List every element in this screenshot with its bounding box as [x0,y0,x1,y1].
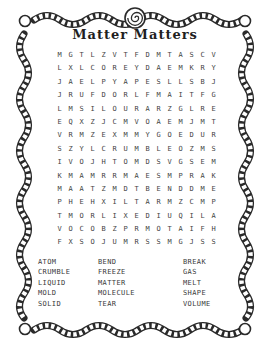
grid-cell: V [65,156,76,169]
grid-cell: V [109,49,120,62]
grid-cell: A [197,170,208,183]
grid-cell: O [153,223,164,236]
grid-cell: Z [98,183,109,196]
grid-cell: M [120,170,131,183]
grid-cell: E [76,196,87,209]
grid-cell: F [131,49,142,62]
grid-cell: D [142,49,153,62]
grid-cell: H [208,223,219,236]
grid-cell: X [98,196,109,209]
grid-cell: V [131,116,142,129]
grid-cell: E [164,62,175,75]
grid-cell: I [153,210,164,223]
word-list-item: MOLECULE [98,288,135,298]
grid-cell: T [164,49,175,62]
grid-cell: M [120,129,131,142]
word-list-item: SHAPE [183,288,211,298]
grid-cell: J [54,89,65,102]
grid-cell: I [54,156,65,169]
grid-cell: U [109,236,120,249]
grid-cell: L [186,103,197,116]
grid-cell: Z [164,103,175,116]
grid-cell: Q [65,116,76,129]
worksheet-page: Matter Matters MGTLZVTFDMTASCVLXLCOREYDA… [0,0,270,350]
grid-cell: D [142,156,153,169]
grid-cell: U [164,210,175,223]
grid-cell: Z [109,223,120,236]
grid-cell: M [120,236,131,249]
grid-cell: G [175,156,186,169]
grid-cell: E [76,76,87,89]
grid-cell: S [186,49,197,62]
grid-cell: S [186,76,197,89]
grid-cell: T [131,183,142,196]
grid-cell: E [142,76,153,89]
grid-cell: F [87,89,98,102]
grid-cell: T [131,196,142,209]
grid-cell: O [109,103,120,116]
grid-cell: O [65,223,76,236]
grid-cell: V [164,156,175,169]
grid-cell: C [98,143,109,156]
grid-cell: S [76,236,87,249]
grid-cell: E [98,129,109,142]
grid-cell: Y [142,129,153,142]
grid-cell: S [153,236,164,249]
word-list-item: MELT [183,278,211,288]
grid-cell: E [175,129,186,142]
grid-cell: R [65,129,76,142]
grid-cell: T [186,89,197,102]
grid-cell: V [54,223,65,236]
grid-cell: M [164,196,175,209]
grid-cell: Z [175,196,186,209]
grid-cell: Y [131,62,142,75]
grid-cell: A [131,170,142,183]
grid-cell: H [98,156,109,169]
grid-cell: V [54,129,65,142]
word-list-item: FREEZE [98,267,135,277]
spiral-icon [125,8,145,28]
grid-cell: T [87,183,98,196]
grid-cell: Z [87,116,98,129]
grid-cell: J [186,116,197,129]
grid-cell: S [142,236,153,249]
word-list-item: MOLD [38,288,70,298]
grid-cell: E [208,183,219,196]
grid-cell: L [98,103,109,116]
grid-cell: S [208,143,219,156]
word-list-item: SOLID [38,299,70,309]
grid-cell: A [65,76,76,89]
grid-cell: A [175,223,186,236]
grid-cell: G [175,103,186,116]
grid-cell: M [131,156,142,169]
grid-cell: D [98,89,109,102]
grid-cell: A [76,183,87,196]
grid-cell: M [142,223,153,236]
word-list-column-1: ATOMCRUMBLELIQUIDMOLDSOLID [38,257,70,309]
grid-cell: S [54,143,65,156]
grid-cell: L [175,76,186,89]
grid-cell: C [186,196,197,209]
grid-cell: X [65,236,76,249]
grid-cell: G [208,89,219,102]
grid-cell: B [98,223,109,236]
grid-cell: R [131,236,142,249]
grid-cell: I [186,210,197,223]
grid-cell: F [197,223,208,236]
grid-cell: K [54,170,65,183]
grid-cell: T [120,49,131,62]
grid-cell: L [197,210,208,223]
grid-cell: R [109,62,120,75]
grid-cell: O [142,116,153,129]
grid-cell: H [87,196,98,209]
grid-cell: R [153,196,164,209]
grid-cell: S [208,236,219,249]
grid-cell: M [131,129,142,142]
grid-cell: B [142,143,153,156]
grid-cell: P [98,76,109,89]
grid-cell: M [87,170,98,183]
grid-cell: G [175,236,186,249]
word-list: ATOMCRUMBLELIQUIDMOLDSOLID BENDFREEZEMAT… [0,257,270,313]
grid-cell: B [142,183,153,196]
grid-cell: D [186,183,197,196]
grid-cell: A [153,62,164,75]
grid-cell: C [87,62,98,75]
grid-cell: C [109,116,120,129]
grid-cell: J [98,236,109,249]
grid-cell: O [87,223,98,236]
grid-cell: E [131,210,142,223]
grid-cell: K [208,170,219,183]
grid-cell: O [109,89,120,102]
grid-cell: O [120,156,131,169]
grid-cell: U [197,129,208,142]
grid-cell: G [65,49,76,62]
grid-cell: C [197,49,208,62]
grid-cell: D [142,210,153,223]
grid-cell: R [197,103,208,116]
grid-cell: P [131,76,142,89]
grid-cell: L [54,62,65,75]
grid-cell: E [142,170,153,183]
grid-cell: L [87,76,98,89]
grid-cell: D [120,183,131,196]
grid-cell: Z [186,143,197,156]
grid-cell: D [175,183,186,196]
grid-cell: E [153,183,164,196]
word-list-item: ATOM [38,257,70,267]
grid-cell: R [109,143,120,156]
grid-cell: J [87,156,98,169]
grid-cell: U [120,143,131,156]
word-list-item: TEAR [98,299,135,309]
grid-cell: D [142,62,153,75]
grid-cell: T [164,223,175,236]
grid-cell: S [197,236,208,249]
grid-cell: V [208,49,219,62]
grid-cell: A [142,103,153,116]
grid-cell: A [142,196,153,209]
grid-cell: M [175,116,186,129]
grid-cell: M [164,170,175,183]
grid-cell: M [54,183,65,196]
grid-cell: U [76,89,87,102]
grid-cell: Y [76,143,87,156]
grid-cell: R [208,129,219,142]
grid-cell: A [175,49,186,62]
grid-cell: C [76,223,87,236]
grid-cell: S [153,76,164,89]
grid-cell: D [186,129,197,142]
grid-cell: E [208,103,219,116]
grid-cell: R [197,62,208,75]
grid-cell: J [208,76,219,89]
grid-cell: R [131,103,142,116]
grid-cell: Q [175,210,186,223]
grid-cell: E [54,116,65,129]
grid-cell: A [153,116,164,129]
grid-cell: I [109,196,120,209]
grid-cell: L [164,76,175,89]
grid-cell: Z [98,49,109,62]
grid-cell: U [120,103,131,116]
grid-cell: F [54,236,65,249]
grid-cell: P [120,223,131,236]
grid-cell: E [164,143,175,156]
grid-cell: X [76,116,87,129]
word-list-column-2: BENDFREEZEMATTERMOLECULETEAR [98,257,135,309]
grid-cell: L [120,196,131,209]
grid-cell: Z [87,129,98,142]
grid-cell: X [109,129,120,142]
grid-cell: L [87,49,98,62]
grid-cell: A [208,210,219,223]
grid-cell: F [142,89,153,102]
grid-cell: J [186,236,197,249]
puzzle-title: Matter Matters [0,27,270,42]
grid-cell: A [76,170,87,183]
grid-cell: R [120,89,131,102]
grid-cell: M [65,103,76,116]
grid-cell: I [186,223,197,236]
grid-cell: H [65,196,76,209]
grid-cell: S [153,156,164,169]
grid-cell: M [76,129,87,142]
grid-cell: M [197,143,208,156]
grid-cell: M [153,49,164,62]
grid-cell: E [120,62,131,75]
grid-cell: R [87,210,98,223]
grid-cell: S [153,170,164,183]
grid-cell: M [65,170,76,183]
grid-cell: R [98,170,109,183]
grid-cell: X [120,210,131,223]
grid-cell: R [153,103,164,116]
grid-cell: T [54,210,65,223]
grid-cell: J [54,76,65,89]
grid-cell: T [76,49,87,62]
grid-cell: T [208,116,219,129]
word-list-item: GAS [183,267,211,277]
grid-cell: M [131,143,142,156]
word-list-column-3: BREAKGASMELTSHAPEVOLUME [183,257,211,309]
grid-cell: P [175,170,186,183]
letter-grid: MGTLZVTFDMTASCVLXLCOREYDAEMKRYJAELPYAPES… [54,49,219,250]
grid-cell: O [87,236,98,249]
grid-cell: R [131,223,142,236]
grid-cell: L [131,89,142,102]
grid-cell: R [186,170,197,183]
grid-cell: L [54,103,65,116]
grid-cell: R [109,170,120,183]
grid-cell: M [153,89,164,102]
grid-cell: S [76,103,87,116]
word-list-item: VOLUME [183,299,211,309]
grid-cell: B [197,76,208,89]
grid-cell: Z [65,143,76,156]
grid-cell: M [54,49,65,62]
grid-cell: T [109,156,120,169]
grid-cell: I [175,89,186,102]
grid-cell: I [87,103,98,116]
grid-cell: L [98,210,109,223]
grid-cell: S [186,156,197,169]
word-list-item: BREAK [183,257,211,267]
grid-cell: A [65,183,76,196]
grid-cell: I [109,210,120,223]
grid-cell: M [208,156,219,169]
grid-cell: L [87,143,98,156]
grid-cell: R [65,89,76,102]
grid-cell: A [120,76,131,89]
grid-cell: O [76,156,87,169]
grid-cell: M [164,236,175,249]
grid-cell: M [175,62,186,75]
grid-cell: N [164,183,175,196]
grid-cell: O [164,129,175,142]
word-list-item: MATTER [98,278,135,288]
grid-cell: L [76,62,87,75]
grid-cell: M [197,196,208,209]
grid-cell: P [54,196,65,209]
grid-cell: X [65,62,76,75]
grid-cell: J [98,116,109,129]
grid-cell: O [175,143,186,156]
word-list-item: CRUMBLE [38,267,70,277]
word-list-item: LIQUID [38,278,70,288]
grid-cell: Y [208,62,219,75]
grid-cell: F [197,89,208,102]
grid-cell: M [197,183,208,196]
grid-cell: Y [109,76,120,89]
grid-cell: M [109,183,120,196]
grid-cell: G [153,129,164,142]
grid-cell: O [76,210,87,223]
grid-cell: E [164,116,175,129]
grid-cell: K [186,62,197,75]
grid-cell: P [208,196,219,209]
grid-cell: M [120,116,131,129]
grid-cell: L [153,143,164,156]
grid-cell: M [65,210,76,223]
grid-cell: E [197,156,208,169]
grid-cell: M [197,116,208,129]
grid-cell: O [98,62,109,75]
grid-cell: A [164,89,175,102]
word-list-item: BEND [98,257,135,267]
